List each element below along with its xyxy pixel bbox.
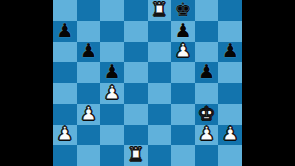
square-b1[interactable] [77, 145, 101, 166]
square-g6[interactable] [195, 42, 219, 63]
square-f2[interactable] [171, 125, 195, 146]
square-e7[interactable] [148, 21, 172, 42]
square-h1[interactable] [218, 145, 242, 166]
square-d2[interactable] [124, 125, 148, 146]
piece-white-king: ♚ [198, 104, 215, 123]
square-d7[interactable] [124, 21, 148, 42]
square-d5[interactable] [124, 62, 148, 83]
square-a4[interactable] [53, 83, 77, 104]
square-h3[interactable] [218, 104, 242, 125]
square-e5[interactable] [148, 62, 172, 83]
square-d4[interactable] [124, 83, 148, 104]
square-b7[interactable] [77, 21, 101, 42]
square-e2[interactable] [148, 125, 172, 146]
square-f7[interactable]: ♟ [171, 21, 195, 42]
square-c4[interactable]: ♟ [100, 83, 124, 104]
square-c7[interactable] [100, 21, 124, 42]
square-h8[interactable] [218, 0, 242, 21]
square-b6[interactable]: ♟ [77, 42, 101, 63]
square-f1[interactable] [171, 145, 195, 166]
piece-black-pawn: ♟ [104, 62, 121, 81]
piece-white-rook: ♜ [151, 0, 168, 19]
piece-black-pawn: ♟ [198, 62, 215, 81]
square-a8[interactable] [53, 0, 77, 21]
square-h5[interactable] [218, 62, 242, 83]
square-f6[interactable]: ♟ [171, 42, 195, 63]
square-d1[interactable]: ♜ [124, 145, 148, 166]
piece-black-pawn: ♟ [174, 21, 191, 40]
square-h7[interactable] [218, 21, 242, 42]
square-f5[interactable] [171, 62, 195, 83]
piece-white-pawn: ♟ [174, 42, 191, 61]
square-g5[interactable]: ♟ [195, 62, 219, 83]
square-g7[interactable] [195, 21, 219, 42]
square-e8[interactable]: ♜ [148, 0, 172, 21]
square-b5[interactable] [77, 62, 101, 83]
square-h4[interactable] [218, 83, 242, 104]
square-g1[interactable] [195, 145, 219, 166]
square-g3[interactable]: ♚ [195, 104, 219, 125]
square-g4[interactable] [195, 83, 219, 104]
piece-white-pawn: ♟ [198, 125, 215, 144]
square-b2[interactable] [77, 125, 101, 146]
piece-white-pawn: ♟ [80, 104, 97, 123]
piece-black-king: ♚ [174, 0, 191, 19]
square-e3[interactable] [148, 104, 172, 125]
square-e1[interactable] [148, 145, 172, 166]
square-g8[interactable] [195, 0, 219, 21]
square-a2[interactable]: ♟ [53, 125, 77, 146]
square-d3[interactable] [124, 104, 148, 125]
chess-board: ♜♚♟♟♟♟♟♟♟♟♟♚♟♟♟♜ [53, 0, 242, 166]
piece-white-pawn: ♟ [222, 125, 239, 144]
square-f3[interactable] [171, 104, 195, 125]
square-d8[interactable] [124, 0, 148, 21]
square-c1[interactable] [100, 145, 124, 166]
square-e4[interactable] [148, 83, 172, 104]
square-a7[interactable]: ♟ [53, 21, 77, 42]
piece-black-pawn: ♟ [222, 42, 239, 61]
letterbox-right [242, 0, 295, 166]
square-a6[interactable] [53, 42, 77, 63]
piece-white-pawn: ♟ [56, 125, 73, 144]
square-d6[interactable] [124, 42, 148, 63]
square-b3[interactable]: ♟ [77, 104, 101, 125]
chess-video-frame: ♜♚♟♟♟♟♟♟♟♟♟♚♟♟♟♜ [0, 0, 295, 166]
piece-black-pawn: ♟ [56, 21, 73, 40]
square-e6[interactable] [148, 42, 172, 63]
square-g2[interactable]: ♟ [195, 125, 219, 146]
piece-white-pawn: ♟ [104, 83, 121, 102]
square-c8[interactable] [100, 0, 124, 21]
piece-black-pawn: ♟ [80, 42, 97, 61]
square-f4[interactable] [171, 83, 195, 104]
letterbox-left [0, 0, 53, 166]
square-f8[interactable]: ♚ [171, 0, 195, 21]
square-c2[interactable] [100, 125, 124, 146]
square-b8[interactable] [77, 0, 101, 21]
square-a5[interactable] [53, 62, 77, 83]
square-c3[interactable] [100, 104, 124, 125]
square-a1[interactable] [53, 145, 77, 166]
piece-white-rook: ♜ [127, 145, 144, 164]
square-c5[interactable]: ♟ [100, 62, 124, 83]
square-a3[interactable] [53, 104, 77, 125]
square-h6[interactable]: ♟ [218, 42, 242, 63]
square-c6[interactable] [100, 42, 124, 63]
square-b4[interactable] [77, 83, 101, 104]
square-h2[interactable]: ♟ [218, 125, 242, 146]
